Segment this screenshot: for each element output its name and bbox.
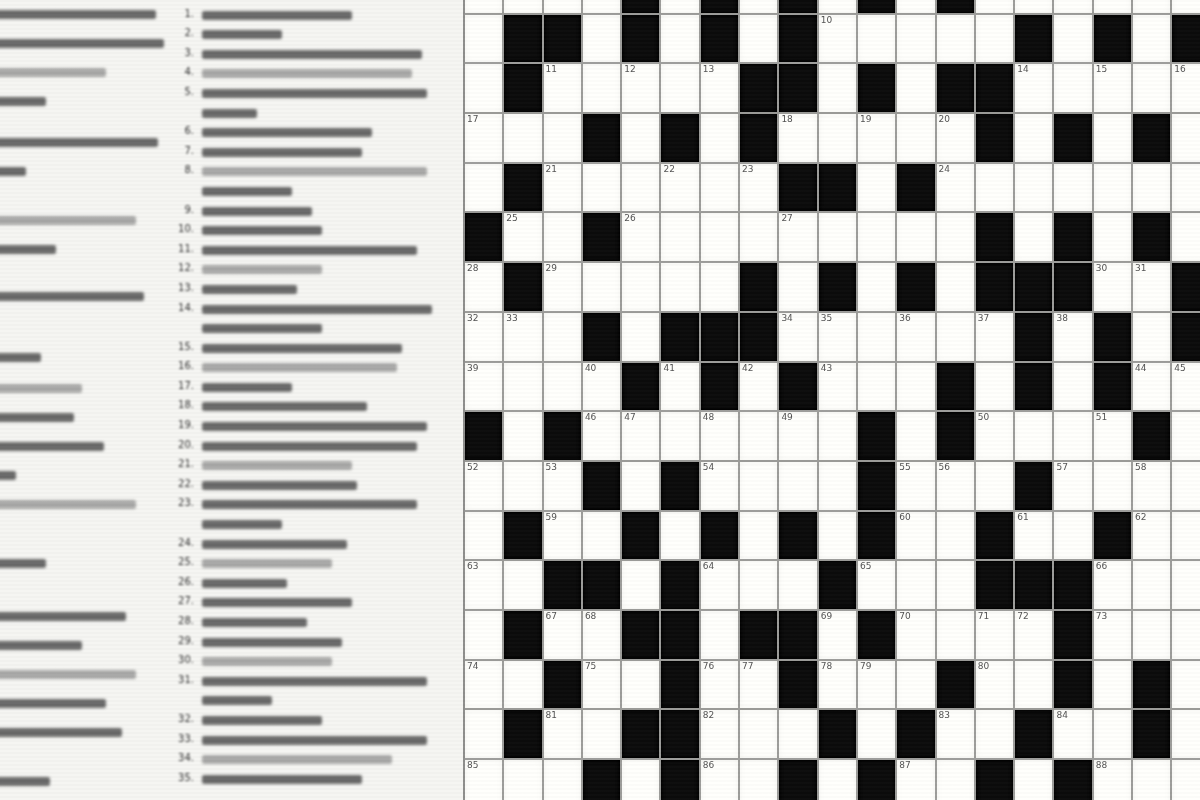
grid-cell[interactable] (1133, 760, 1170, 800)
cell-number: 57 (1056, 463, 1067, 472)
grid-cell[interactable] (1015, 213, 1052, 261)
illegible-clue-text-line (0, 39, 164, 48)
illegible-clue-text-line (202, 344, 402, 353)
clue-number: 24. (176, 537, 194, 548)
grid-cell[interactable] (504, 114, 541, 162)
block-cell (544, 561, 581, 609)
grid-cell[interactable] (976, 363, 1013, 411)
grid-cell[interactable]: 45 (1172, 363, 1200, 411)
grid-cell[interactable] (504, 661, 541, 709)
block-cell (897, 263, 934, 311)
grid-cell[interactable] (1133, 561, 1170, 609)
grid-cell[interactable] (465, 512, 502, 560)
grid-cell[interactable] (1054, 412, 1091, 460)
grid-cell[interactable] (937, 760, 974, 800)
grid-cell[interactable] (465, 710, 502, 758)
grid-cell[interactable]: 9 (1133, 0, 1170, 13)
grid-cell[interactable] (858, 164, 895, 212)
grid-cell[interactable] (661, 15, 698, 63)
grid-cell[interactable] (976, 164, 1013, 212)
grid-cell[interactable] (976, 15, 1013, 63)
grid-cell[interactable] (583, 710, 620, 758)
grid-cell[interactable] (897, 363, 934, 411)
block-cell (1133, 114, 1170, 162)
grid-cell[interactable]: 8 (1054, 0, 1091, 13)
grid-cell[interactable]: 30 (1094, 263, 1131, 311)
grid-cell[interactable] (1015, 760, 1052, 800)
grid-cell[interactable]: 62 (1133, 512, 1170, 560)
grid-cell[interactable] (1172, 760, 1200, 800)
grid-cell[interactable]: 5 (819, 0, 856, 13)
grid-cell[interactable]: 61 (1015, 512, 1052, 560)
grid-cell[interactable]: 83 (937, 710, 974, 758)
grid-cell[interactable]: 86 (701, 760, 738, 800)
grid-cell[interactable] (897, 15, 934, 63)
grid-cell[interactable] (1172, 710, 1200, 758)
illegible-clue-text-line (0, 699, 106, 708)
block-cell (779, 661, 816, 709)
cell-number: 16 (1174, 65, 1185, 74)
grid-cell[interactable] (937, 15, 974, 63)
cell-number: 39 (467, 364, 478, 373)
grid-cell[interactable] (1015, 114, 1052, 162)
block-cell (858, 0, 895, 13)
grid-cell[interactable] (544, 760, 581, 800)
grid-cell[interactable] (622, 661, 659, 709)
grid-cell[interactable]: 78 (819, 661, 856, 709)
grid-cell[interactable]: 1 (465, 0, 502, 13)
cell-number: 69 (821, 612, 832, 621)
grid-cell[interactable] (1172, 611, 1200, 659)
grid-cell[interactable] (1133, 15, 1170, 63)
illegible-clue-text-line (202, 461, 352, 470)
grid-cell[interactable] (1094, 710, 1131, 758)
grid-cell[interactable] (1172, 512, 1200, 560)
grid-cell[interactable]: 73 (1094, 611, 1131, 659)
cell-number: 45 (1174, 364, 1185, 373)
illegible-clue-text-line (0, 10, 156, 19)
grid-cell[interactable] (1015, 0, 1052, 13)
grid-cell[interactable] (897, 64, 934, 112)
block-cell (661, 561, 698, 609)
grid-cell[interactable]: 63 (465, 561, 502, 609)
cell-number: 17 (467, 115, 478, 124)
clue-number: 18. (176, 399, 194, 410)
grid-cell[interactable] (1054, 164, 1091, 212)
cell-number: 76 (703, 662, 714, 671)
grid-cell[interactable]: 26 (622, 213, 659, 261)
grid-cell[interactable] (740, 213, 777, 261)
block-cell (779, 611, 816, 659)
grid-cell[interactable]: 29 (544, 263, 581, 311)
block-cell (819, 263, 856, 311)
grid-cell[interactable] (858, 213, 895, 261)
grid-cell[interactable] (622, 313, 659, 361)
grid-cell[interactable]: 25 (504, 213, 541, 261)
illegible-clue-text-line (202, 559, 332, 568)
cell-number: 64 (703, 562, 714, 571)
grid-cell[interactable] (504, 462, 541, 510)
grid-cell[interactable] (937, 263, 974, 311)
block-cell (1094, 363, 1131, 411)
grid-cell[interactable]: 58 (1133, 462, 1170, 510)
grid-cell[interactable] (622, 760, 659, 800)
grid-cell[interactable] (622, 164, 659, 212)
block-cell (544, 15, 581, 63)
grid-cell[interactable]: 46 (583, 412, 620, 460)
grid-cell[interactable] (1172, 164, 1200, 212)
block-cell (1094, 15, 1131, 63)
grid-cell[interactable] (1172, 0, 1200, 13)
block-cell (465, 213, 502, 261)
grid-cell[interactable] (622, 114, 659, 162)
illegible-clue-text-line (0, 612, 126, 621)
grid-cell[interactable] (1133, 313, 1170, 361)
clue-number: 25. (176, 556, 194, 567)
grid-cell[interactable] (819, 462, 856, 510)
cell-number: 79 (860, 662, 871, 671)
grid-cell[interactable]: 82 (701, 710, 738, 758)
grid-cell[interactable] (504, 760, 541, 800)
grid-cell[interactable]: 49 (779, 412, 816, 460)
grid-cell[interactable] (1172, 213, 1200, 261)
block-cell (1054, 213, 1091, 261)
cell-number: 61 (1017, 513, 1028, 522)
grid-cell[interactable]: 15 (1094, 64, 1131, 112)
cell-number: 32 (467, 314, 478, 323)
grid-cell[interactable] (1015, 412, 1052, 460)
cell-number: 15 (1096, 65, 1107, 74)
grid-cell[interactable]: 77 (740, 661, 777, 709)
grid-cell[interactable]: 69 (819, 611, 856, 659)
grid-cell[interactable] (1094, 462, 1131, 510)
grid-cell[interactable] (1054, 15, 1091, 63)
cell-number: 20 (939, 115, 950, 124)
grid-cell[interactable]: 47 (622, 412, 659, 460)
grid-cell[interactable] (779, 710, 816, 758)
grid-cell[interactable]: 70 (897, 611, 934, 659)
grid-cell[interactable] (661, 512, 698, 560)
block-cell (740, 263, 777, 311)
grid-cell[interactable] (1172, 661, 1200, 709)
grid-cell[interactable] (819, 114, 856, 162)
grid-cell[interactable]: 12 (622, 64, 659, 112)
grid-cell[interactable]: 60 (897, 512, 934, 560)
block-cell (583, 462, 620, 510)
grid-cell[interactable]: 2 (583, 0, 620, 13)
grid-cell[interactable]: 43 (819, 363, 856, 411)
block-cell (544, 661, 581, 709)
clue-number: 20. (176, 439, 194, 450)
grid-cell[interactable]: 38 (1054, 313, 1091, 361)
block-cell (740, 64, 777, 112)
grid-cell[interactable]: 76 (701, 661, 738, 709)
illegible-clue-text-line (202, 442, 417, 451)
grid-cell[interactable]: 19 (858, 114, 895, 162)
illegible-clue-text-line (202, 638, 342, 647)
grid-cell[interactable]: 32 (465, 313, 502, 361)
grid-cell[interactable] (583, 164, 620, 212)
grid-cell[interactable] (976, 710, 1013, 758)
block-cell (622, 512, 659, 560)
grid-cell[interactable] (779, 462, 816, 510)
grid-cell[interactable] (661, 64, 698, 112)
block-cell (661, 661, 698, 709)
cell-number: 87 (899, 761, 910, 770)
clue-number: 23. (176, 497, 194, 508)
grid-cell[interactable] (1054, 64, 1091, 112)
grid-cell[interactable]: 20 (937, 114, 974, 162)
grid-cell[interactable]: 56 (937, 462, 974, 510)
grid-cell[interactable]: 87 (897, 760, 934, 800)
grid-cell[interactable]: 44 (1133, 363, 1170, 411)
block-cell (1094, 512, 1131, 560)
grid-cell[interactable]: 7 (976, 0, 1013, 13)
grid-cell[interactable]: 23 (740, 164, 777, 212)
grid-cell[interactable]: 6 (897, 0, 934, 13)
grid-cell[interactable]: 35 (819, 313, 856, 361)
grid-cell[interactable] (1133, 64, 1170, 112)
grid-cell[interactable]: 75 (583, 661, 620, 709)
grid-cell[interactable] (937, 561, 974, 609)
grid-cell[interactable]: 51 (1094, 412, 1131, 460)
block-cell (976, 760, 1013, 800)
grid-cell[interactable]: 50 (976, 412, 1013, 460)
grid-cell[interactable] (976, 462, 1013, 510)
grid-cell[interactable] (504, 412, 541, 460)
grid-cell[interactable]: 52 (465, 462, 502, 510)
grid-cell[interactable] (504, 0, 541, 13)
grid-cell[interactable] (583, 15, 620, 63)
clue-number: 19. (176, 419, 194, 430)
grid-cell[interactable]: 65 (858, 561, 895, 609)
clue-number: 22. (176, 478, 194, 489)
grid-cell[interactable] (937, 213, 974, 261)
cell-number: 43 (821, 364, 832, 373)
grid-cell[interactable] (819, 64, 856, 112)
grid-cell[interactable] (740, 412, 777, 460)
grid-cell[interactable] (779, 263, 816, 311)
grid-cell[interactable] (858, 363, 895, 411)
grid-cell[interactable]: 55 (897, 462, 934, 510)
grid-cell[interactable] (740, 760, 777, 800)
illegible-clue-text-line (202, 11, 352, 20)
clue-number: 33. (176, 733, 194, 744)
grid-cell[interactable] (1172, 561, 1200, 609)
grid-cell[interactable] (1094, 114, 1131, 162)
grid-cell[interactable] (661, 412, 698, 460)
grid-cell[interactable] (1015, 164, 1052, 212)
grid-cell[interactable] (1094, 661, 1131, 709)
grid-cell[interactable] (819, 760, 856, 800)
clue-number: 16. (176, 360, 194, 371)
grid-cell[interactable]: 57 (1054, 462, 1091, 510)
clue-number: 5. (176, 86, 194, 97)
cell-number: 47 (624, 413, 635, 422)
grid-cell[interactable]: 71 (976, 611, 1013, 659)
grid-cell[interactable]: 72 (1015, 611, 1052, 659)
grid-cell[interactable] (858, 710, 895, 758)
grid-cell[interactable] (740, 561, 777, 609)
grid-cell[interactable] (504, 363, 541, 411)
grid-cell[interactable]: 59 (544, 512, 581, 560)
grid-cell[interactable] (1094, 0, 1131, 13)
grid-cell[interactable]: 88 (1094, 760, 1131, 800)
grid-cell[interactable]: 54 (701, 462, 738, 510)
grid-cell[interactable] (1094, 164, 1131, 212)
grid-cell[interactable]: 79 (858, 661, 895, 709)
block-cell (740, 313, 777, 361)
grid-cell[interactable] (622, 462, 659, 510)
grid-cell[interactable]: 39 (465, 363, 502, 411)
grid-cell[interactable] (740, 15, 777, 63)
grid-cell[interactable]: 53 (544, 462, 581, 510)
grid-cell[interactable] (779, 561, 816, 609)
grid-cell[interactable] (740, 462, 777, 510)
grid-cell[interactable] (701, 263, 738, 311)
grid-cell[interactable] (701, 213, 738, 261)
grid-cell[interactable]: 16 (1172, 64, 1200, 112)
grid-cell[interactable]: 18 (779, 114, 816, 162)
grid-cell[interactable]: 66 (1094, 561, 1131, 609)
grid-cell[interactable]: 37 (976, 313, 1013, 361)
grid-cell[interactable] (504, 561, 541, 609)
grid-cell[interactable] (583, 512, 620, 560)
grid-cell[interactable]: 17 (465, 114, 502, 162)
illegible-clue-text-line (202, 265, 322, 274)
grid-cell[interactable] (858, 15, 895, 63)
grid-cell[interactable] (1172, 412, 1200, 460)
illegible-clue-text-line (202, 422, 427, 431)
block-cell (504, 710, 541, 758)
grid-cell[interactable]: 36 (897, 313, 934, 361)
grid-cell[interactable] (622, 561, 659, 609)
grid-cell[interactable]: 48 (701, 412, 738, 460)
grid-cell[interactable]: 4 (740, 0, 777, 13)
grid-cell[interactable]: 22 (661, 164, 698, 212)
grid-cell[interactable]: 13 (701, 64, 738, 112)
grid-cell[interactable]: 41 (661, 363, 698, 411)
grid-cell[interactable]: 81 (544, 710, 581, 758)
cell-number: 12 (624, 65, 635, 74)
grid-cell[interactable]: 10 (819, 15, 856, 63)
grid-cell[interactable] (897, 661, 934, 709)
grid-cell[interactable] (544, 213, 581, 261)
grid-cell[interactable] (897, 114, 934, 162)
grid-cell[interactable] (622, 263, 659, 311)
grid-cell[interactable] (819, 412, 856, 460)
grid-cell[interactable] (1094, 213, 1131, 261)
block-cell (622, 15, 659, 63)
grid-cell[interactable]: 40 (583, 363, 620, 411)
cell-number: 30 (1096, 264, 1107, 273)
cell-number: 62 (1135, 513, 1146, 522)
grid-cell[interactable]: 28 (465, 263, 502, 311)
grid-cell[interactable] (1015, 661, 1052, 709)
cell-number: 70 (899, 612, 910, 621)
grid-cell[interactable] (1054, 512, 1091, 560)
block-cell (622, 611, 659, 659)
grid-cell[interactable]: 80 (976, 661, 1013, 709)
block-cell (701, 363, 738, 411)
grid-cell[interactable] (937, 512, 974, 560)
illegible-clue-text-line (0, 216, 136, 225)
grid-cell[interactable]: 11 (544, 64, 581, 112)
grid-cell[interactable] (1133, 611, 1170, 659)
grid-cell[interactable] (897, 561, 934, 609)
grid-cell[interactable] (701, 114, 738, 162)
grid-cell[interactable] (544, 313, 581, 361)
clue-number: 15. (176, 341, 194, 352)
grid-cell[interactable] (544, 363, 581, 411)
grid-cell[interactable] (465, 164, 502, 212)
grid-cell[interactable]: 21 (544, 164, 581, 212)
illegible-clue-text-line (202, 579, 287, 588)
grid-cell[interactable] (661, 213, 698, 261)
grid-cell[interactable] (701, 164, 738, 212)
grid-cell[interactable]: 42 (740, 363, 777, 411)
grid-cell[interactable]: 74 (465, 661, 502, 709)
block-cell (1015, 263, 1052, 311)
grid-cell[interactable]: 68 (583, 611, 620, 659)
illegible-clue-text-line (0, 138, 158, 147)
grid-cell[interactable] (583, 263, 620, 311)
block-cell (1015, 363, 1052, 411)
grid-cell[interactable] (858, 313, 895, 361)
grid-cell[interactable] (740, 512, 777, 560)
grid-cell[interactable] (937, 313, 974, 361)
grid-cell[interactable] (661, 263, 698, 311)
grid-cell[interactable]: 34 (779, 313, 816, 361)
grid-cell[interactable]: 85 (465, 760, 502, 800)
grid-cell[interactable] (1054, 363, 1091, 411)
grid-cell[interactable]: 64 (701, 561, 738, 609)
grid-cell[interactable]: 3 (661, 0, 698, 13)
grid-cell[interactable] (740, 710, 777, 758)
cell-number: 55 (899, 463, 910, 472)
grid-cell[interactable] (937, 611, 974, 659)
grid-cell[interactable]: 33 (504, 313, 541, 361)
grid-cell[interactable] (465, 15, 502, 63)
block-cell (819, 710, 856, 758)
grid-cell[interactable] (465, 611, 502, 659)
grid-cell[interactable] (819, 213, 856, 261)
grid-cell[interactable] (858, 263, 895, 311)
illegible-clue-text-line (202, 402, 367, 411)
grid-cell[interactable]: 24 (937, 164, 974, 212)
grid-cell[interactable] (544, 0, 581, 13)
block-cell (583, 561, 620, 609)
grid-cell[interactable]: 31 (1133, 263, 1170, 311)
grid-cell[interactable] (897, 213, 934, 261)
grid-cell[interactable]: 67 (544, 611, 581, 659)
grid-cell[interactable] (1133, 164, 1170, 212)
grid-cell[interactable]: 14 (1015, 64, 1052, 112)
grid-cell[interactable] (544, 114, 581, 162)
grid-cell[interactable] (1172, 462, 1200, 510)
grid-cell[interactable] (819, 512, 856, 560)
grid-cell[interactable]: 27 (779, 213, 816, 261)
block-cell (701, 0, 738, 13)
block-cell (504, 164, 541, 212)
clue-number: 26. (176, 576, 194, 587)
grid-cell[interactable] (1172, 114, 1200, 162)
grid-cell[interactable] (583, 64, 620, 112)
grid-cell[interactable] (465, 64, 502, 112)
grid-cell[interactable] (897, 412, 934, 460)
grid-cell[interactable] (701, 611, 738, 659)
grid-cell[interactable]: 84 (1054, 710, 1091, 758)
